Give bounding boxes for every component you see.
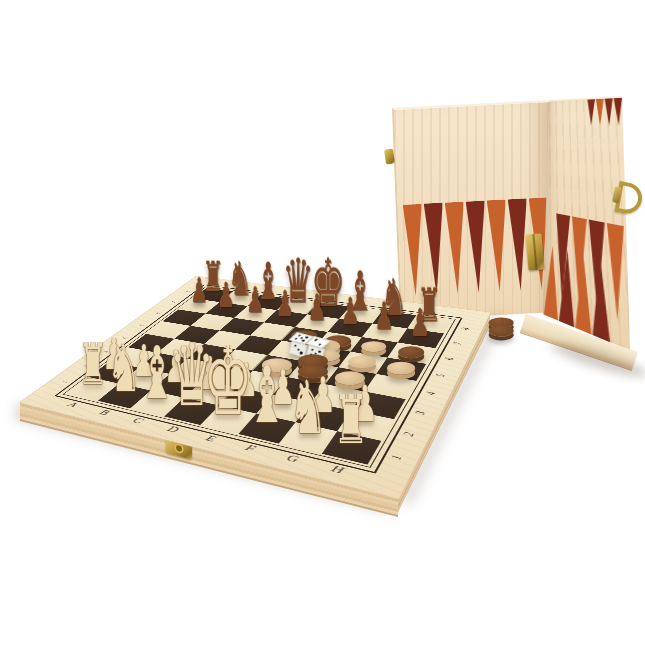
scene: ABCDEFGH1122334455667788 ♜♞♝♛♚♝♞♜♟♟♟♟♟♟♟…: [0, 0, 645, 645]
rank-label-right-3: 3: [394, 403, 445, 424]
chess-board: ABCDEFGH1122334455667788: [0, 0, 645, 645]
rank-label-right-6: 6: [426, 351, 471, 367]
rank-label-right-2: 2: [382, 423, 435, 446]
rank-label-right-4: 4: [406, 384, 455, 403]
rank-label-right-8: 8: [444, 322, 486, 335]
rank-label-right-1: 1: [368, 445, 424, 470]
rank-label-right-7: 7: [435, 336, 479, 351]
rank-label-right-5: 5: [417, 367, 464, 384]
